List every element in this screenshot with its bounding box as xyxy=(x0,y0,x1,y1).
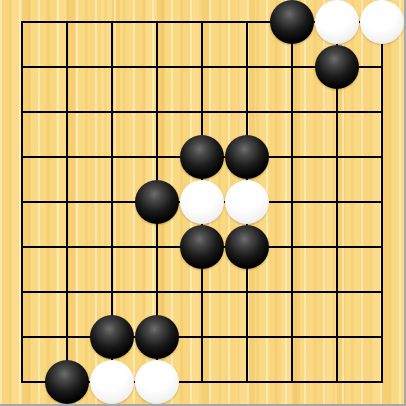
intersection-C2[interactable]: ● xyxy=(90,315,135,360)
intersection-E5[interactable]: ○ xyxy=(180,180,225,225)
black-stone-H8[interactable]: ● xyxy=(315,45,359,89)
intersection-J3[interactable] xyxy=(360,270,405,315)
intersection-G7[interactable] xyxy=(270,90,315,135)
black-stone-E6[interactable]: ● xyxy=(180,135,224,179)
white-stone-H9[interactable]: ○ xyxy=(315,0,359,44)
intersection-B3[interactable] xyxy=(45,270,90,315)
intersection-D3[interactable] xyxy=(135,270,180,315)
intersection-A6[interactable] xyxy=(0,135,45,180)
intersection-B9[interactable] xyxy=(45,0,90,45)
black-stone-D5[interactable]: ● xyxy=(135,180,179,224)
intersection-J1[interactable] xyxy=(360,360,405,405)
intersection-G3[interactable] xyxy=(270,270,315,315)
intersection-B8[interactable] xyxy=(45,45,90,90)
intersection-F7[interactable] xyxy=(225,90,270,135)
intersection-C1[interactable]: ○ xyxy=(90,360,135,405)
intersection-J8[interactable] xyxy=(360,45,405,90)
intersection-F3[interactable] xyxy=(225,270,270,315)
white-stone-F5[interactable]: ○ xyxy=(225,180,269,224)
intersection-F9[interactable] xyxy=(225,0,270,45)
intersection-C6[interactable] xyxy=(90,135,135,180)
intersection-E8[interactable] xyxy=(180,45,225,90)
intersection-G1[interactable] xyxy=(270,360,315,405)
intersection-C4[interactable] xyxy=(90,225,135,270)
intersection-E7[interactable] xyxy=(180,90,225,135)
intersection-D2[interactable]: ● xyxy=(135,315,180,360)
intersection-D8[interactable] xyxy=(135,45,180,90)
intersection-C7[interactable] xyxy=(90,90,135,135)
intersection-H4[interactable] xyxy=(315,225,360,270)
intersection-G9[interactable]: ● xyxy=(270,0,315,45)
black-stone-D2[interactable]: ● xyxy=(135,315,179,359)
intersection-H7[interactable] xyxy=(315,90,360,135)
intersection-J7[interactable] xyxy=(360,90,405,135)
intersection-F1[interactable] xyxy=(225,360,270,405)
intersection-F5[interactable]: ○ xyxy=(225,180,270,225)
intersection-G4[interactable] xyxy=(270,225,315,270)
intersection-H8[interactable]: ● xyxy=(315,45,360,90)
intersection-A8[interactable] xyxy=(0,45,45,90)
intersection-B7[interactable] xyxy=(45,90,90,135)
black-stone-F4[interactable]: ● xyxy=(225,225,269,269)
intersection-H6[interactable] xyxy=(315,135,360,180)
intersection-C3[interactable] xyxy=(90,270,135,315)
intersection-A5[interactable] xyxy=(0,180,45,225)
intersection-E2[interactable] xyxy=(180,315,225,360)
intersection-J2[interactable] xyxy=(360,315,405,360)
intersection-G8[interactable] xyxy=(270,45,315,90)
intersection-E4[interactable]: ● xyxy=(180,225,225,270)
intersection-H3[interactable] xyxy=(315,270,360,315)
board-grid: ●○○●●●●○○●●●●●○○ xyxy=(0,0,405,405)
intersection-B4[interactable] xyxy=(45,225,90,270)
intersection-D9[interactable] xyxy=(135,0,180,45)
intersection-D6[interactable] xyxy=(135,135,180,180)
intersection-G2[interactable] xyxy=(270,315,315,360)
intersection-H9[interactable]: ○ xyxy=(315,0,360,45)
intersection-J5[interactable] xyxy=(360,180,405,225)
intersection-B2[interactable] xyxy=(45,315,90,360)
intersection-A2[interactable] xyxy=(0,315,45,360)
intersection-E3[interactable] xyxy=(180,270,225,315)
intersection-A7[interactable] xyxy=(0,90,45,135)
intersection-A9[interactable] xyxy=(0,0,45,45)
intersection-D5[interactable]: ● xyxy=(135,180,180,225)
intersection-D4[interactable] xyxy=(135,225,180,270)
white-stone-E5[interactable]: ○ xyxy=(180,180,224,224)
intersection-B5[interactable] xyxy=(45,180,90,225)
intersection-F4[interactable]: ● xyxy=(225,225,270,270)
intersection-F2[interactable] xyxy=(225,315,270,360)
white-stone-C1[interactable]: ○ xyxy=(90,360,134,404)
intersection-A4[interactable] xyxy=(0,225,45,270)
intersection-G6[interactable] xyxy=(270,135,315,180)
intersection-C9[interactable] xyxy=(90,0,135,45)
intersection-C8[interactable] xyxy=(90,45,135,90)
intersection-F6[interactable]: ● xyxy=(225,135,270,180)
black-stone-C2[interactable]: ● xyxy=(90,315,134,359)
intersection-H2[interactable] xyxy=(315,315,360,360)
black-stone-G9[interactable]: ● xyxy=(270,0,314,44)
white-stone-J9[interactable]: ○ xyxy=(360,0,404,44)
intersection-J9[interactable]: ○ xyxy=(360,0,405,45)
intersection-D1[interactable]: ○ xyxy=(135,360,180,405)
intersection-E1[interactable] xyxy=(180,360,225,405)
intersection-F8[interactable] xyxy=(225,45,270,90)
intersection-A3[interactable] xyxy=(0,270,45,315)
white-stone-D1[interactable]: ○ xyxy=(135,360,179,404)
black-stone-E4[interactable]: ● xyxy=(180,225,224,269)
black-stone-F6[interactable]: ● xyxy=(225,135,269,179)
go-board: ●○○●●●●○○●●●●●○○ xyxy=(0,0,406,406)
intersection-H5[interactable] xyxy=(315,180,360,225)
intersection-B6[interactable] xyxy=(45,135,90,180)
intersection-J6[interactable] xyxy=(360,135,405,180)
intersection-B1[interactable]: ● xyxy=(45,360,90,405)
intersection-J4[interactable] xyxy=(360,225,405,270)
intersection-D7[interactable] xyxy=(135,90,180,135)
black-stone-B1[interactable]: ● xyxy=(45,360,89,404)
intersection-E9[interactable] xyxy=(180,0,225,45)
intersection-H1[interactable] xyxy=(315,360,360,405)
intersection-A1[interactable] xyxy=(0,360,45,405)
intersection-C5[interactable] xyxy=(90,180,135,225)
intersection-E6[interactable]: ● xyxy=(180,135,225,180)
intersection-G5[interactable] xyxy=(270,180,315,225)
